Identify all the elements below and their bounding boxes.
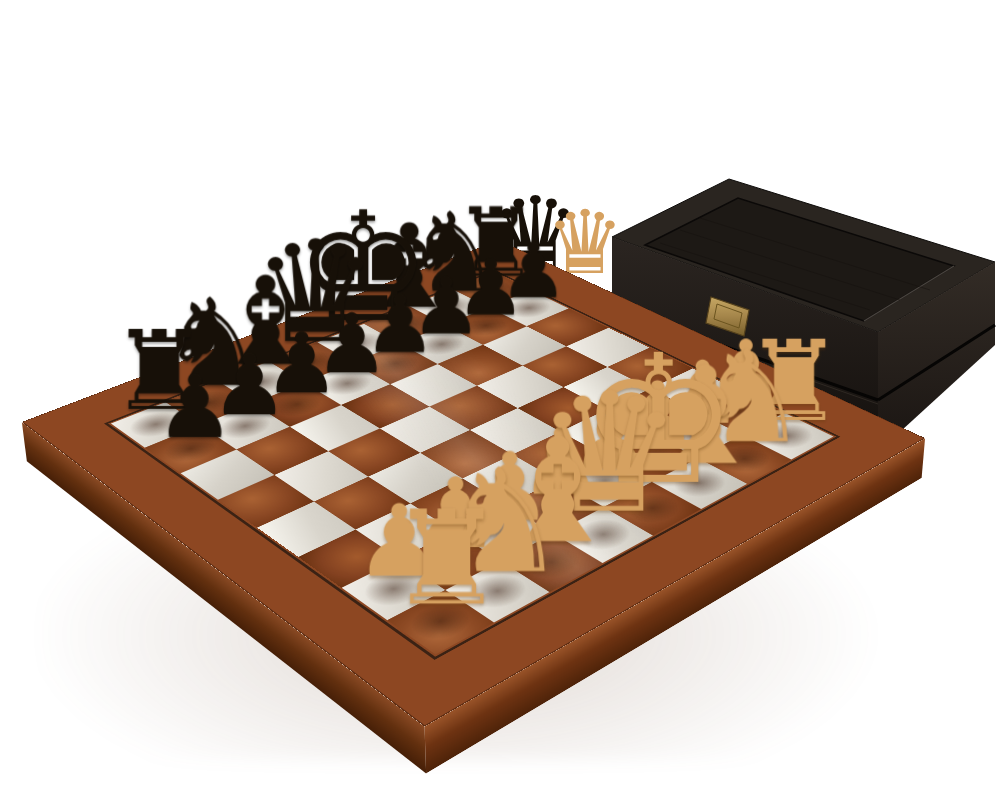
piece-glyph: ♟	[155, 362, 234, 450]
square-a1[interactable]: ♜	[387, 590, 494, 655]
chess-set-product-photo: ♛ ♛ ♛ ♛ ♜♞♝♛♚♝♞♜♟♟♟♟♟♟♟♟♟♟♟♟♟♟♟♟♜♞♝♛♚♝♞♜…	[0, 0, 1000, 800]
chess-board: ♜♞♝♛♚♝♞♜♟♟♟♟♟♟♟♟♟♟♟♟♟♟♟♟♜♞♝♛♚♝♞♜	[22, 240, 925, 726]
board-viewport: ♜♞♝♛♚♝♞♜♟♟♟♟♟♟♟♟♟♟♟♟♟♟♟♟♜♞♝♛♚♝♞♜	[0, 0, 1000, 800]
piece-glyph: ♜	[388, 493, 505, 623]
